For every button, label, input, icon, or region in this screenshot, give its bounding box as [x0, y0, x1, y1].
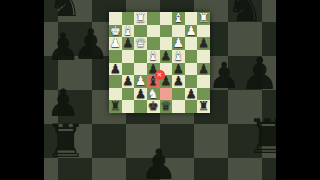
square-f1[interactable]	[172, 100, 185, 113]
background-square	[194, 124, 228, 158]
square-a4[interactable]: ♟	[109, 63, 122, 76]
background-square	[194, 158, 228, 180]
bg-piece-pawn: ♟	[240, 52, 276, 96]
piece-black-pawn[interactable]: ♟	[198, 62, 209, 75]
piece-white-queen[interactable]: ♛	[135, 37, 146, 50]
background-square	[92, 124, 126, 158]
square-e5[interactable]: ♟	[160, 50, 173, 63]
bg-piece-pawn: ♟	[140, 144, 178, 180]
piece-white-rook[interactable]: ♜	[135, 12, 146, 25]
bg-piece-knight: ♞	[226, 0, 264, 28]
square-c5[interactable]	[134, 50, 147, 63]
square-f3[interactable]: ♟	[172, 75, 185, 88]
bg-piece-rook: ♜	[246, 112, 276, 160]
bg-piece-knight: ♞	[48, 0, 82, 22]
square-a6[interactable]: ♟	[109, 37, 122, 50]
piece-black-pawn[interactable]: ♟	[185, 87, 196, 100]
square-b2[interactable]	[122, 88, 135, 101]
piece-black-queen[interactable]: ♛	[160, 100, 171, 113]
square-b1[interactable]	[122, 100, 135, 113]
square-g7[interactable]: ♟	[185, 25, 198, 38]
piece-black-pawn[interactable]: ♟	[122, 37, 133, 50]
square-h8[interactable]: ♜	[197, 12, 210, 25]
square-c2[interactable]: ♟	[134, 88, 147, 101]
piece-black-pawn[interactable]: ♟	[135, 87, 146, 100]
square-b3[interactable]: ♟	[122, 75, 135, 88]
piece-black-rook[interactable]: ♜	[110, 100, 121, 113]
square-d8[interactable]	[147, 12, 160, 25]
square-c8[interactable]: ♜	[134, 12, 147, 25]
square-d7[interactable]	[147, 25, 160, 38]
piece-black-king[interactable]: ♚	[148, 100, 159, 113]
piece-black-pawn[interactable]: ♟	[110, 62, 121, 75]
square-c6[interactable]: ♛	[134, 37, 147, 50]
piece-black-pawn[interactable]: ♟	[198, 37, 209, 50]
square-h6[interactable]: ♟	[197, 37, 210, 50]
square-e8[interactable]	[160, 12, 173, 25]
square-b6[interactable]: ♟	[122, 37, 135, 50]
piece-white-pawn[interactable]: ♟	[185, 24, 196, 37]
square-g2[interactable]: ♟	[185, 88, 198, 101]
bg-piece-rook: ♜	[45, 118, 86, 164]
piece-black-rook[interactable]: ♜	[198, 100, 209, 113]
background-square	[92, 158, 126, 180]
piece-white-pawn[interactable]: ♟	[110, 37, 121, 50]
wrong-move-badge: ✕	[155, 70, 165, 80]
square-f8[interactable]: ♝	[172, 12, 185, 25]
square-c1[interactable]	[134, 100, 147, 113]
chess-board[interactable]: ♜♝♜♚♝♟♟♟♛♟♟♝♟♝♟♟♟♟♟♟♝♟♟♟♞♟♜♚♛♜	[109, 12, 210, 113]
square-d1[interactable]: ♚	[147, 100, 160, 113]
piece-black-pawn[interactable]: ♟	[160, 49, 171, 62]
square-b5[interactable]	[122, 50, 135, 63]
square-h4[interactable]: ♟	[197, 63, 210, 76]
left-pillarbox-bar	[0, 0, 44, 180]
square-g5[interactable]	[185, 50, 198, 63]
video-area: ♞♟♟♟♜♞♟♟♜♟ ♜♝♜♚♝♟♟♟♛♟♟♝♟♝♟♟♟♟♟♟♝♟♟♟♞♟♜♚♛…	[44, 0, 276, 180]
square-h1[interactable]: ♜	[197, 100, 210, 113]
square-f2[interactable]	[172, 88, 185, 101]
video-frame: ♞♟♟♟♜♞♟♟♜♟ ♜♝♜♚♝♟♟♟♛♟♟♝♟♝♟♟♟♟♟♟♝♟♟♟♞♟♜♚♛…	[0, 0, 320, 180]
square-e7[interactable]	[160, 25, 173, 38]
square-a3[interactable]	[109, 75, 122, 88]
piece-white-rook[interactable]: ♜	[198, 12, 209, 25]
square-e1[interactable]: ♛	[160, 100, 173, 113]
piece-white-bishop[interactable]: ♝	[173, 12, 184, 25]
bg-piece-pawn: ♟	[72, 24, 110, 66]
square-g4[interactable]	[185, 63, 198, 76]
piece-black-pawn[interactable]: ♟	[173, 75, 184, 88]
square-g1[interactable]	[185, 100, 198, 113]
square-h3[interactable]	[197, 75, 210, 88]
square-g6[interactable]	[185, 37, 198, 50]
background-square	[262, 0, 276, 22]
square-a1[interactable]: ♜	[109, 100, 122, 113]
piece-black-pawn[interactable]: ♟	[122, 75, 133, 88]
bg-piece-pawn: ♟	[208, 58, 240, 94]
right-pillarbox-bar	[276, 0, 320, 180]
